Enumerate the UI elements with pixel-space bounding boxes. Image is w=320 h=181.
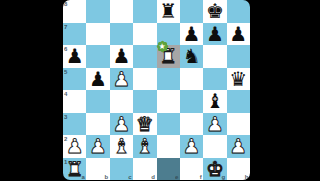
white-pawn-f2[interactable]: ♟ — [180, 135, 203, 158]
white-pawn-c3[interactable]: ♟ — [110, 113, 133, 136]
square-h4[interactable] — [227, 90, 250, 113]
square-g6[interactable] — [203, 45, 226, 68]
file-label-d: d — [151, 174, 155, 180]
file-label-e: e — [175, 174, 178, 180]
square-d7[interactable] — [133, 23, 156, 46]
square-e6[interactable]: ♜★ — [157, 45, 180, 68]
black-bishop-g4[interactable]: ♝ — [203, 90, 226, 113]
white-pawn-g3[interactable]: ♟ — [203, 113, 226, 136]
best-move-star-icon: ★ — [156, 40, 169, 53]
rank-label-5: 5 — [64, 69, 67, 75]
square-a7[interactable]: 7 — [63, 23, 86, 46]
rank-label-6: 6 — [64, 46, 67, 52]
square-b1[interactable]: b — [86, 158, 109, 181]
square-f7[interactable]: ♟ — [180, 23, 203, 46]
square-e5[interactable] — [157, 68, 180, 91]
black-queen-h5[interactable]: ♛ — [227, 68, 250, 91]
square-g2[interactable] — [203, 135, 226, 158]
square-d2[interactable]: ♝ — [133, 135, 156, 158]
square-c1[interactable]: c — [110, 158, 133, 181]
file-label-c: c — [128, 174, 131, 180]
rank-label-2: 2 — [64, 136, 67, 142]
file-label-g: g — [221, 174, 225, 180]
chess-board: 8♜♚7♟♟♟6♟♟♜★♞5♟♟♛4♝3♟♛♟2♟♟♝♝♟♟1a♜bcdefg♚… — [63, 0, 250, 180]
white-pawn-b2[interactable]: ♟ — [86, 135, 109, 158]
square-c8[interactable] — [110, 0, 133, 23]
square-f6[interactable]: ♞ — [180, 45, 203, 68]
square-b8[interactable] — [86, 0, 109, 23]
black-pawn-h7[interactable]: ♟ — [227, 23, 250, 46]
square-f1[interactable]: f — [180, 158, 203, 181]
white-pawn-h2[interactable]: ♟ — [227, 135, 250, 158]
rank-label-4: 4 — [64, 91, 67, 97]
black-pawn-f7[interactable]: ♟ — [180, 23, 203, 46]
square-f2[interactable]: ♟ — [180, 135, 203, 158]
square-e4[interactable] — [157, 90, 180, 113]
file-label-h: h — [245, 174, 249, 180]
white-bishop-d2[interactable]: ♝ — [133, 135, 156, 158]
square-e3[interactable] — [157, 113, 180, 136]
square-d4[interactable] — [133, 90, 156, 113]
square-e1[interactable]: e — [157, 158, 180, 181]
square-d3[interactable]: ♛ — [133, 113, 156, 136]
square-g4[interactable]: ♝ — [203, 90, 226, 113]
square-b2[interactable]: ♟ — [86, 135, 109, 158]
file-label-b: b — [105, 174, 109, 180]
square-c7[interactable] — [110, 23, 133, 46]
square-f4[interactable] — [180, 90, 203, 113]
rank-label-7: 7 — [64, 24, 67, 30]
square-g3[interactable]: ♟ — [203, 113, 226, 136]
square-h6[interactable] — [227, 45, 250, 68]
square-h2[interactable]: ♟ — [227, 135, 250, 158]
white-pawn-c5[interactable]: ♟ — [110, 68, 133, 91]
black-king-g8[interactable]: ♚ — [203, 0, 226, 23]
square-d5[interactable] — [133, 68, 156, 91]
square-f8[interactable] — [180, 0, 203, 23]
square-h7[interactable]: ♟ — [227, 23, 250, 46]
square-b5[interactable]: ♟ — [86, 68, 109, 91]
square-a3[interactable]: 3 — [63, 113, 86, 136]
square-a1[interactable]: 1a♜ — [63, 158, 86, 181]
square-a8[interactable]: 8 — [63, 0, 86, 23]
white-queen-d3[interactable]: ♛ — [133, 113, 156, 136]
square-b4[interactable] — [86, 90, 109, 113]
black-pawn-c6[interactable]: ♟ — [110, 45, 133, 68]
rank-label-1: 1 — [64, 159, 67, 165]
square-a4[interactable]: 4 — [63, 90, 86, 113]
square-a6[interactable]: 6♟ — [63, 45, 86, 68]
square-e2[interactable] — [157, 135, 180, 158]
square-c4[interactable] — [110, 90, 133, 113]
rank-label-3: 3 — [64, 114, 67, 120]
square-g7[interactable]: ♟ — [203, 23, 226, 46]
square-e8[interactable]: ♜ — [157, 0, 180, 23]
square-f3[interactable] — [180, 113, 203, 136]
square-g5[interactable] — [203, 68, 226, 91]
square-g1[interactable]: g♚ — [203, 158, 226, 181]
page-background: 8♜♚7♟♟♟6♟♟♜★♞5♟♟♛4♝3♟♛♟2♟♟♝♝♟♟1a♜bcdefg♚… — [0, 0, 320, 180]
black-pawn-b5[interactable]: ♟ — [86, 68, 109, 91]
square-d1[interactable]: d — [133, 158, 156, 181]
black-knight-f6[interactable]: ♞ — [180, 45, 203, 68]
square-b3[interactable] — [86, 113, 109, 136]
square-d6[interactable] — [133, 45, 156, 68]
square-a5[interactable]: 5 — [63, 68, 86, 91]
square-f5[interactable] — [180, 68, 203, 91]
square-h3[interactable] — [227, 113, 250, 136]
file-label-a: a — [82, 174, 85, 180]
square-d8[interactable] — [133, 0, 156, 23]
square-h5[interactable]: ♛ — [227, 68, 250, 91]
square-h1[interactable]: h — [227, 158, 250, 181]
square-h8[interactable] — [227, 0, 250, 23]
square-c2[interactable]: ♝ — [110, 135, 133, 158]
square-c6[interactable]: ♟ — [110, 45, 133, 68]
square-a2[interactable]: 2♟ — [63, 135, 86, 158]
square-g8[interactable]: ♚ — [203, 0, 226, 23]
black-pawn-g7[interactable]: ♟ — [203, 23, 226, 46]
square-c3[interactable]: ♟ — [110, 113, 133, 136]
black-rook-e8[interactable]: ♜ — [157, 0, 180, 23]
square-b7[interactable] — [86, 23, 109, 46]
rank-label-8: 8 — [64, 1, 67, 7]
square-c5[interactable]: ♟ — [110, 68, 133, 91]
file-label-f: f — [200, 174, 202, 180]
square-b6[interactable] — [86, 45, 109, 68]
white-bishop-c2[interactable]: ♝ — [110, 135, 133, 158]
